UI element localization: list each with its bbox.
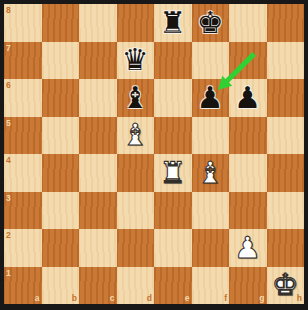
square-c1[interactable]: c (79, 267, 117, 305)
white-bishop-d5[interactable]: ♝ (117, 117, 155, 155)
square-f7[interactable] (192, 42, 230, 80)
rank-label-3: 3 (6, 194, 11, 203)
square-g1[interactable]: g (229, 267, 267, 305)
square-e2[interactable] (154, 229, 192, 267)
file-label-g: g (259, 294, 264, 303)
square-g4[interactable] (229, 154, 267, 192)
rank-label-7: 7 (6, 44, 11, 53)
file-label-f: f (224, 294, 227, 303)
square-b3[interactable] (42, 192, 80, 230)
black-pawn-g6[interactable]: ♟ (229, 79, 267, 117)
square-b6[interactable] (42, 79, 80, 117)
square-d6[interactable]: ♝ (117, 79, 155, 117)
square-c6[interactable] (79, 79, 117, 117)
rank-label-4: 4 (6, 156, 11, 165)
square-e3[interactable] (154, 192, 192, 230)
square-b2[interactable] (42, 229, 80, 267)
square-f1[interactable]: f (192, 267, 230, 305)
black-pawn-f6[interactable]: ♟ (192, 79, 230, 117)
square-e5[interactable] (154, 117, 192, 155)
square-d2[interactable] (117, 229, 155, 267)
white-rook-e4[interactable]: ♜ (154, 154, 192, 192)
square-h5[interactable] (267, 117, 305, 155)
square-a4[interactable]: 4 (4, 154, 42, 192)
square-c3[interactable] (79, 192, 117, 230)
square-b1[interactable]: b (42, 267, 80, 305)
black-bishop-d6[interactable]: ♝ (117, 79, 155, 117)
square-d7[interactable]: ♛ (117, 42, 155, 80)
file-label-a: a (35, 294, 40, 303)
black-rook-e8[interactable]: ♜ (154, 4, 192, 42)
square-a8[interactable]: 8 (4, 4, 42, 42)
square-h2[interactable] (267, 229, 305, 267)
square-d3[interactable] (117, 192, 155, 230)
square-f8[interactable]: ♚ (192, 4, 230, 42)
black-queen-d7[interactable]: ♛ (117, 42, 155, 80)
square-b5[interactable] (42, 117, 80, 155)
rank-label-6: 6 (6, 81, 11, 90)
square-c2[interactable] (79, 229, 117, 267)
square-f5[interactable] (192, 117, 230, 155)
square-h1[interactable]: ♚h (267, 267, 305, 305)
square-g2[interactable]: ♟ (229, 229, 267, 267)
square-f4[interactable]: ♝ (192, 154, 230, 192)
square-g5[interactable] (229, 117, 267, 155)
chess-board: 8♜♚7♛6♝♟♟5♝4♜♝32♟1abcdefg♚h (4, 4, 304, 304)
square-b8[interactable] (42, 4, 80, 42)
square-c4[interactable] (79, 154, 117, 192)
square-g7[interactable] (229, 42, 267, 80)
file-label-h: h (297, 294, 302, 303)
white-bishop-f4[interactable]: ♝ (192, 154, 230, 192)
rank-label-1: 1 (6, 269, 11, 278)
white-pawn-g2[interactable]: ♟ (229, 229, 267, 267)
square-g8[interactable] (229, 4, 267, 42)
square-f3[interactable] (192, 192, 230, 230)
square-e6[interactable] (154, 79, 192, 117)
square-b4[interactable] (42, 154, 80, 192)
board-frame: 8♜♚7♛6♝♟♟5♝4♜♝32♟1abcdefg♚h (0, 0, 308, 310)
square-c7[interactable] (79, 42, 117, 80)
square-f2[interactable] (192, 229, 230, 267)
square-a2[interactable]: 2 (4, 229, 42, 267)
square-a7[interactable]: 7 (4, 42, 42, 80)
square-d4[interactable] (117, 154, 155, 192)
square-a1[interactable]: 1a (4, 267, 42, 305)
rank-label-5: 5 (6, 119, 11, 128)
square-f6[interactable]: ♟ (192, 79, 230, 117)
square-h4[interactable] (267, 154, 305, 192)
square-d8[interactable] (117, 4, 155, 42)
file-label-d: d (147, 294, 152, 303)
square-d5[interactable]: ♝ (117, 117, 155, 155)
square-g6[interactable]: ♟ (229, 79, 267, 117)
file-label-c: c (110, 294, 115, 303)
square-e8[interactable]: ♜ (154, 4, 192, 42)
square-a5[interactable]: 5 (4, 117, 42, 155)
square-h8[interactable] (267, 4, 305, 42)
square-h3[interactable] (267, 192, 305, 230)
square-e7[interactable] (154, 42, 192, 80)
square-h7[interactable] (267, 42, 305, 80)
square-c5[interactable] (79, 117, 117, 155)
square-d1[interactable]: d (117, 267, 155, 305)
file-label-b: b (72, 294, 77, 303)
square-e4[interactable]: ♜ (154, 154, 192, 192)
square-g3[interactable] (229, 192, 267, 230)
square-b7[interactable] (42, 42, 80, 80)
square-a3[interactable]: 3 (4, 192, 42, 230)
file-label-e: e (185, 294, 190, 303)
rank-label-2: 2 (6, 231, 11, 240)
square-h6[interactable] (267, 79, 305, 117)
square-c8[interactable] (79, 4, 117, 42)
rank-label-8: 8 (6, 6, 11, 15)
square-e1[interactable]: e (154, 267, 192, 305)
black-king-f8[interactable]: ♚ (192, 4, 230, 42)
square-a6[interactable]: 6 (4, 79, 42, 117)
